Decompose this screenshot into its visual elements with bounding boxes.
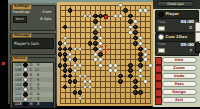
moves-header: Moves: [12, 56, 29, 62]
white-stone: [73, 47, 78, 52]
black-stone: [133, 25, 138, 30]
zoom-button[interactable]: Zoom: [162, 65, 197, 71]
white-stone: [138, 41, 143, 46]
black-stone: [68, 68, 73, 73]
black-stone: [128, 68, 133, 73]
pass-button[interactable]: Pass: [162, 81, 197, 87]
control-panel: Good-bye Player Time 04:00 0 Com 2Dan Ti…: [153, 0, 200, 107]
black-stone: [138, 52, 143, 57]
black-stone: [63, 57, 68, 62]
white-stone-icon: [158, 34, 164, 40]
white-stone: [138, 74, 143, 79]
white-stone: [83, 14, 88, 19]
black-stone: [133, 30, 138, 35]
black-stone: [93, 14, 98, 19]
white-stone: [63, 41, 68, 46]
white-stone: [113, 63, 118, 68]
last-move-marker: [104, 15, 108, 19]
message-header: Message: [12, 33, 33, 39]
white-stone: [93, 52, 98, 57]
hoshi-point: [74, 86, 76, 88]
white-stone: [143, 52, 148, 57]
message-group: Message Player's turn: [10, 33, 56, 55]
black-stone: [93, 47, 98, 52]
button-row: Pass: [153, 81, 200, 89]
left-edge-bar: [0, 0, 8, 108]
button-row: Exit: [153, 97, 200, 105]
white-stone: [138, 36, 143, 41]
white-stone: [78, 47, 83, 52]
white-stone: [78, 74, 83, 79]
button-row: Undo: [153, 73, 200, 81]
black-stone-icon: [23, 102, 28, 107]
white-stone: [118, 3, 123, 8]
black-stone: [93, 36, 98, 41]
black-stone: [88, 41, 93, 46]
black-stone: [93, 41, 98, 46]
grid-line: [60, 98, 151, 99]
white-stone: [68, 52, 73, 57]
grid-line: [60, 76, 151, 77]
time-label: Time: [158, 21, 165, 25]
edge-tile-dark: [195, 43, 200, 53]
black-stone: [133, 85, 138, 90]
black-stone: [138, 47, 143, 52]
black-stone: [63, 52, 68, 57]
white-stone: [138, 68, 143, 73]
black-stone: [68, 47, 73, 52]
white-stone-icon: [23, 97, 28, 102]
white-stone: [78, 96, 83, 101]
white-stone: [98, 36, 103, 41]
black-stone: [73, 90, 78, 95]
black-stone-icon: [23, 92, 28, 97]
black-stone: [58, 47, 63, 52]
hoshi-point: [105, 54, 107, 56]
captures-count: 0: [189, 26, 192, 31]
white-stone: [93, 25, 98, 30]
white-stone: [98, 25, 103, 30]
black-stone: [93, 30, 98, 35]
time-label: Time: [158, 43, 165, 47]
handicap-label: Handicap: [13, 10, 30, 15]
black-stone: [68, 79, 73, 84]
black-stone: [133, 90, 138, 95]
white-stone: [83, 85, 88, 90]
white-stone: [113, 68, 118, 73]
black-stone: [58, 52, 63, 57]
button-row: Hint: [153, 57, 200, 65]
handicap-value: Even: [43, 10, 52, 15]
move-list[interactable]: 105D9106E11107B6108C9109C8110G3111D4112F…: [12, 62, 54, 108]
black-stone: [98, 14, 103, 19]
button-row: Zoom: [153, 65, 200, 73]
black-stone: [138, 57, 143, 62]
hoshi-point: [105, 86, 107, 88]
time-value: 04:00: [181, 20, 194, 25]
komi-value: 6.5pts: [40, 17, 51, 22]
white-stone: [98, 57, 103, 62]
white-stone: [143, 8, 148, 13]
edge-tile-white: [195, 32, 200, 42]
black-stone: [93, 19, 98, 24]
white-stone: [83, 74, 88, 79]
grid-line: [60, 103, 151, 104]
white-stone: [93, 57, 98, 62]
grid-line: [120, 5, 121, 104]
white-stone: [63, 36, 68, 41]
komi-label: Komi: [13, 16, 27, 24]
black-stone: [133, 36, 138, 41]
black-stone: [128, 19, 133, 24]
black-stone: [118, 79, 123, 84]
button-led-icon: [155, 97, 163, 105]
captures-count: 7: [189, 49, 192, 54]
undo-button[interactable]: Undo: [162, 73, 197, 79]
black-stone: [133, 41, 138, 46]
grid-line: [125, 5, 126, 104]
time-value: 05:00: [181, 43, 194, 48]
edge-tile-white: [195, 22, 200, 32]
grid-line: [110, 5, 111, 104]
black-stone: [63, 85, 68, 90]
com-name: Com 2Dan: [165, 35, 187, 39]
exit-button[interactable]: Exit: [162, 97, 197, 103]
white-stone: [88, 79, 93, 84]
white-stone: [68, 57, 73, 62]
black-stone: [123, 8, 128, 13]
hoshi-point: [74, 54, 76, 56]
white-stone: [88, 14, 93, 19]
button-row: Resign: [153, 89, 200, 97]
white-stone: [143, 79, 148, 84]
resign-button[interactable]: Resign: [162, 89, 197, 95]
white-stone: [83, 79, 88, 84]
black-stone: [98, 52, 103, 57]
black-stone: [128, 14, 133, 19]
white-stone: [118, 14, 123, 19]
black-stone: [73, 57, 78, 62]
grid-line: [115, 5, 116, 104]
black-stone-icon: [158, 12, 164, 18]
info-sidebar: Settings Handicap Even Komi 6.5pts Messa…: [8, 3, 57, 105]
message-text: Player's turn: [12, 38, 54, 49]
black-stone: [58, 63, 63, 68]
captures-tray-icon: [158, 48, 165, 53]
white-stone: [108, 63, 113, 68]
black-stone: [63, 74, 68, 79]
black-stone: [58, 41, 63, 46]
black-stone: [128, 74, 133, 79]
white-stone: [143, 47, 148, 52]
settings-header: Settings: [12, 4, 32, 10]
white-stone: [73, 68, 78, 73]
white-stone: [108, 68, 113, 73]
white-stone: [113, 14, 118, 19]
hint-circle-marker: [101, 45, 109, 53]
black-stone: [63, 68, 68, 73]
black-stone: [68, 74, 73, 79]
white-stone: [128, 30, 133, 35]
white-stone: [128, 25, 133, 30]
black-stone: [78, 90, 83, 95]
black-stone: [63, 25, 68, 30]
black-stone: [63, 47, 68, 52]
go-board[interactable]: [57, 2, 153, 106]
white-stone: [78, 63, 83, 68]
player-name: Player: [165, 12, 178, 16]
grid-line: [150, 5, 151, 104]
settings-group: Settings Handicap Even Komi 6.5pts: [10, 5, 56, 32]
black-stone: [68, 8, 73, 13]
black-stone: [73, 79, 78, 84]
black-stone: [118, 74, 123, 79]
white-stone: [88, 85, 93, 90]
black-stone: [63, 63, 68, 68]
player-card-black: Player Time 04:00 0: [155, 10, 199, 33]
white-stone: [143, 57, 148, 62]
goodbye-button[interactable]: Good-bye: [157, 1, 194, 7]
white-stone: [133, 19, 138, 24]
white-stone: [73, 63, 78, 68]
player-card-white: Com 2Dan Time 05:00 7: [155, 33, 199, 56]
white-stone: [138, 8, 143, 13]
captures-tray-icon: [158, 26, 165, 31]
black-stone: [138, 63, 143, 68]
black-stone: [138, 90, 143, 95]
black-stone: [133, 79, 138, 84]
black-stone: [128, 63, 133, 68]
white-stone: [98, 63, 103, 68]
hint-button[interactable]: Hint: [162, 57, 197, 63]
move-row[interactable]: 113H3: [13, 102, 53, 107]
moves-group: Moves 105D9106E11107B6108C9109C8110G3111…: [10, 57, 56, 109]
record-led-icon: [2, 62, 5, 65]
